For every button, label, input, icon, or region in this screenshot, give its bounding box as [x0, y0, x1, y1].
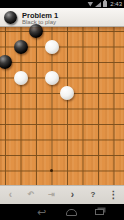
status-bar: 2:43	[0, 0, 124, 8]
go-board[interactable]	[0, 27, 124, 185]
bottom-toolbar: ‹↶⇥›?⋮	[0, 185, 124, 204]
app-screen: 2:43 Problem 1 Black to play ‹↶⇥›?⋮ ↩	[0, 0, 124, 220]
android-nav-bar: ↩	[0, 204, 124, 220]
undo-icon[interactable]: ↶	[25, 190, 37, 200]
nav-home-icon[interactable]	[66, 209, 77, 216]
wifi-icon	[87, 2, 93, 7]
skip-icon[interactable]: ⇥	[46, 190, 58, 200]
nav-recents-icon[interactable]	[95, 209, 104, 215]
black-stone-icon	[4, 11, 17, 24]
prev-problem-icon[interactable]: ‹	[4, 190, 16, 200]
nav-back-icon[interactable]: ↩	[37, 206, 46, 218]
hint-icon[interactable]: ?	[87, 190, 99, 200]
next-move-icon[interactable]: ›	[66, 190, 78, 200]
signal-icon	[95, 2, 101, 7]
battery-icon	[103, 1, 107, 7]
board-top-shadow	[0, 27, 124, 185]
clock-text: 2:43	[110, 0, 122, 8]
menu-overflow-icon[interactable]: ⋮	[108, 190, 120, 200]
